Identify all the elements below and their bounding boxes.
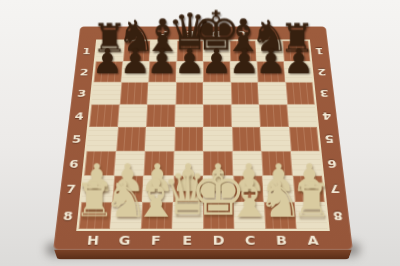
rank-label-left-1: 1 [82,46,91,55]
square-e5 [174,127,203,151]
square-f5 [145,127,175,151]
square-h3 [91,82,121,104]
square-d5 [203,127,232,151]
square-b6 [261,151,292,176]
square-b4 [259,104,289,127]
square-e2: ♟ [176,61,203,82]
rank-label-right-1: 1 [315,46,324,55]
chess-board: ♜♞♝♛♚♝♞♜♟♟♟♟♟♟♟♟♟♟♟♟♟♟♟♟♜♞♝♛♚♝♞♜ HHGGFFE… [53,26,353,249]
square-d2: ♟ [203,61,230,82]
file-label-top-f: F [160,29,168,38]
square-b2: ♟ [257,61,285,82]
file-label-top-d: D [211,29,221,38]
rank-label-right-7: 7 [329,183,340,195]
rank-label-left-8: 8 [62,209,73,221]
square-h7: ♟ [81,176,113,202]
rank-label-left-4: 4 [74,110,84,120]
square-f8: ♝ [141,202,173,229]
square-e1: ♛ [176,41,203,61]
square-d7: ♟ [203,176,233,202]
rank-label-left-3: 3 [77,88,87,98]
square-a3 [285,82,315,104]
square-a1: ♜ [282,41,310,61]
square-b1: ♞ [256,41,284,61]
file-label-bottom-a: A [307,233,319,246]
rank-label-right-4: 4 [322,110,332,120]
square-e7: ♟ [173,176,203,202]
square-f2: ♟ [148,61,176,82]
square-g5 [116,127,146,151]
file-label-bottom-g: G [118,233,131,246]
square-d6 [203,151,233,176]
board-inner-border: ♜♞♝♛♚♝♞♜♟♟♟♟♟♟♟♟♟♟♟♟♟♟♟♟♜♞♝♛♚♝♞♜ [76,39,330,230]
square-f1: ♝ [149,41,176,61]
file-label-top-b: B [263,29,273,38]
square-d4 [203,104,232,127]
square-b7: ♟ [262,176,294,202]
square-f4 [146,104,175,127]
square-g2: ♟ [121,61,149,82]
square-a7: ♟ [292,176,324,202]
square-c3 [230,82,258,104]
square-g7: ♟ [112,176,144,202]
square-h1: ♜ [96,41,124,61]
square-a6 [290,151,322,176]
square-g1: ♞ [123,41,151,61]
square-a4 [287,104,317,127]
file-label-top-g: G [133,29,143,38]
rank-label-right-8: 8 [332,209,343,221]
file-label-top-a: A [289,29,299,38]
rank-label-left-2: 2 [79,67,89,77]
square-g8: ♞ [110,202,142,229]
square-c5 [232,127,262,151]
piece-white-pawn: ♟ [80,159,114,197]
square-e3 [175,82,203,104]
piece-white-pawn: ♟ [262,159,296,197]
rank-label-right-3: 3 [319,88,329,98]
piece-white-pawn: ♟ [201,159,235,197]
rank-label-right-5: 5 [324,133,334,144]
square-b3 [258,82,287,104]
square-d3 [203,82,231,104]
square-b5 [260,127,290,151]
square-c7: ♟ [233,176,264,202]
file-label-bottom-e: E [182,233,192,246]
file-label-bottom-h: H [87,233,100,246]
piece-white-pawn: ♟ [140,159,174,197]
rank-label-left-7: 7 [66,183,77,195]
square-a2: ♟ [283,61,312,82]
square-e8: ♛ [172,202,203,229]
square-a8: ♜ [294,202,327,229]
piece-white-pawn: ♟ [171,159,205,197]
rank-label-right-2: 2 [317,67,327,77]
square-g3 [119,82,148,104]
square-h5 [87,127,118,151]
file-label-bottom-d: D [213,233,225,246]
square-d8: ♚ [203,202,234,229]
file-label-bottom-b: B [276,233,288,246]
file-label-bottom-c: C [245,233,256,246]
square-e4 [175,104,204,127]
board-grid: ♜♞♝♛♚♝♞♜♟♟♟♟♟♟♟♟♟♟♟♟♟♟♟♟♜♞♝♛♚♝♞♜ [79,41,328,229]
square-c1: ♝ [229,41,256,61]
piece-white-pawn: ♟ [231,159,265,197]
file-label-top-e: E [186,29,194,38]
square-f6 [144,151,174,176]
piece-white-pawn: ♟ [110,159,144,197]
square-g6 [114,151,145,176]
square-c6 [232,151,262,176]
file-label-top-c: C [238,29,247,38]
board-front-edge [54,250,352,260]
square-d1: ♚ [203,41,230,61]
photo-background: ♜♞♝♛♚♝♞♜♟♟♟♟♟♟♟♟♟♟♟♟♟♟♟♟♜♞♝♛♚♝♞♜ HHGGFFE… [0,0,400,266]
square-g4 [118,104,148,127]
square-h4 [89,104,119,127]
rank-label-right-6: 6 [327,158,338,169]
rank-label-left-5: 5 [71,133,81,144]
rank-label-left-6: 6 [69,158,80,169]
file-label-bottom-f: F [151,233,161,246]
square-f7: ♟ [142,176,173,202]
square-a5 [289,127,320,151]
square-c8: ♝ [233,202,265,229]
piece-white-pawn: ♟ [292,159,326,197]
square-e6 [173,151,203,176]
square-c2: ♟ [230,61,258,82]
square-h8: ♜ [79,202,112,229]
file-label-top-h: H [106,29,117,38]
square-b8: ♞ [264,202,296,229]
square-c4 [231,104,260,127]
square-f3 [147,82,175,104]
square-h2: ♟ [94,61,123,82]
square-h6 [84,151,116,176]
